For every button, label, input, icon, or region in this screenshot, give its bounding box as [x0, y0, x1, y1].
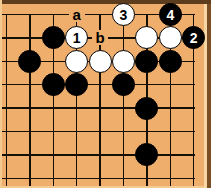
grid-line-horizontal	[0, 178, 195, 180]
point-label-a: a	[69, 7, 85, 22]
black-stone	[135, 50, 158, 73]
white-stone	[112, 50, 135, 73]
numbered-stone-4: 4	[159, 3, 182, 26]
board-right-bevel-shadow	[207, 0, 212, 188]
point-label-b: b	[92, 30, 108, 45]
black-stone	[65, 73, 88, 96]
grid-line-horizontal	[0, 107, 195, 109]
white-stone	[65, 50, 88, 73]
numbered-stone-3: 3	[112, 3, 135, 26]
black-stone	[135, 143, 158, 166]
black-stone	[42, 73, 65, 96]
numbered-stone-2: 2	[182, 26, 205, 49]
go-board-diagram: ab3412	[0, 0, 211, 188]
black-stone	[18, 50, 41, 73]
black-stone	[159, 50, 182, 73]
grid-line-horizontal	[0, 131, 195, 133]
grid-line-vertical	[123, 14, 125, 188]
crop-edge-bottom	[0, 186, 204, 188]
black-stone	[42, 26, 65, 49]
grid-line-vertical	[6, 14, 8, 188]
grid-line-horizontal	[0, 84, 195, 86]
grid-line-vertical	[29, 14, 31, 188]
white-stone	[159, 26, 182, 49]
grid-line-horizontal	[0, 154, 195, 156]
board-top-edge-band	[0, 0, 211, 4]
black-stone	[135, 97, 158, 120]
crop-edge-left	[0, 0, 2, 188]
white-stone	[89, 50, 112, 73]
white-stone	[135, 26, 158, 49]
numbered-stone-1: 1	[65, 26, 88, 49]
black-stone	[112, 73, 135, 96]
